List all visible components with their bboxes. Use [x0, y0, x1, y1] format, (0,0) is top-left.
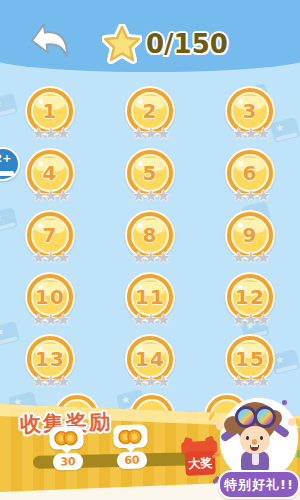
special-gift-banner[interactable]: 特别好礼!!: [218, 470, 300, 499]
mascot-hand: [216, 422, 224, 430]
level-stars: ★★★: [31, 372, 68, 391]
confetti: [212, 453, 221, 459]
milestone-30: 30: [53, 453, 83, 471]
level-button-2[interactable]: 2 ★★★: [125, 86, 175, 148]
confetti: [282, 400, 287, 405]
mascot-hand: [288, 418, 296, 426]
mascot-eye: [246, 436, 249, 440]
level-stars: ★★★: [31, 186, 68, 205]
level-button-7[interactable]: 7 ★★★: [25, 210, 75, 272]
level-stars: ★★★: [31, 310, 68, 329]
level-stars: ★★★: [31, 248, 68, 267]
star-progress-count: 0/150: [146, 29, 228, 59]
coins-icon: [52, 429, 80, 446]
level-stars: ★★★: [231, 310, 268, 329]
level-button-15[interactable]: 15 ★★★: [225, 334, 275, 396]
mascot-shirt: [252, 453, 259, 465]
level-button-3[interactable]: 3 ★★★: [225, 86, 275, 148]
level-button-9[interactable]: 9 ★★★: [225, 210, 275, 272]
level-button-1[interactable]: 1 ★★★: [25, 86, 75, 148]
star-icon: [102, 24, 142, 64]
level-button-10[interactable]: 10 ★★★: [25, 272, 75, 334]
level-button-4[interactable]: 4 ★★★: [25, 148, 75, 210]
mascot-eye: [260, 436, 263, 440]
level-stars: ★★★: [131, 186, 168, 205]
level-button-11[interactable]: 11 ★★★: [125, 272, 175, 334]
level-stars: ★★★: [231, 186, 268, 205]
reward-progress-bar: 30 60 大奖: [33, 452, 214, 469]
level-button-13[interactable]: 13 ★★★: [25, 334, 75, 396]
level-stars: ★★★: [231, 372, 268, 391]
coins-icon: [116, 428, 144, 445]
level-button-14[interactable]: 14 ★★★: [125, 334, 175, 396]
level-stars: ★★★: [131, 372, 168, 391]
level-button-12[interactable]: 12 ★★★: [225, 272, 275, 334]
level-select-screen: 0/150 2+ 1 ★★★ 2 ★★★ 3 ★★★ 4 ★★★ 5: [0, 0, 300, 500]
confetti: [208, 412, 215, 421]
back-button[interactable]: [23, 13, 77, 67]
level-button-8[interactable]: 8 ★★★: [125, 210, 175, 272]
level-stars: ★★★: [131, 310, 168, 329]
coins-icon: [113, 424, 148, 448]
level-stars: ★★★: [131, 124, 168, 143]
level-grid: 1 ★★★ 2 ★★★ 3 ★★★ 4 ★★★ 5 ★★★ 6 ★★★: [0, 86, 300, 396]
level-button-5[interactable]: 5 ★★★: [125, 148, 175, 210]
level-stars: ★★★: [231, 248, 268, 267]
goggles-icon: [254, 406, 276, 428]
coins-icon: [49, 426, 84, 450]
level-stars: ★★★: [131, 248, 168, 267]
level-button-6[interactable]: 6 ★★★: [225, 148, 275, 210]
milestone-60: 60: [117, 451, 147, 469]
level-stars: ★★★: [31, 124, 68, 143]
confetti: [296, 450, 300, 459]
level-stars: ★★★: [231, 124, 268, 143]
